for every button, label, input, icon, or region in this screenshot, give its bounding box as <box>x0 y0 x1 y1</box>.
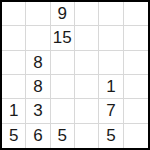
cell-r3c0[interactable] <box>2 75 26 99</box>
cell-r0c3[interactable] <box>75 2 99 26</box>
cell-r2c5[interactable] <box>124 51 148 75</box>
cell-r2c4[interactable] <box>99 51 123 75</box>
cell-r4c0[interactable]: 1 <box>2 99 26 123</box>
cell-r2c3[interactable] <box>75 51 99 75</box>
cell-r5c0[interactable]: 5 <box>2 124 26 148</box>
cell-r4c1[interactable]: 3 <box>26 99 50 123</box>
cell-r3c1[interactable]: 8 <box>26 75 50 99</box>
cell-r0c0[interactable] <box>2 2 26 26</box>
cell-r1c4[interactable] <box>99 26 123 50</box>
cell-r5c1[interactable]: 6 <box>26 124 50 148</box>
cell-r1c0[interactable] <box>2 26 26 50</box>
cell-r1c2[interactable]: 15 <box>51 26 75 50</box>
cell-r5c4[interactable]: 5 <box>99 124 123 148</box>
cell-r4c5[interactable] <box>124 99 148 123</box>
cell-r3c5[interactable] <box>124 75 148 99</box>
cell-r1c3[interactable] <box>75 26 99 50</box>
cell-r3c3[interactable] <box>75 75 99 99</box>
cell-r4c2[interactable] <box>51 99 75 123</box>
cell-r2c0[interactable] <box>2 51 26 75</box>
cell-r1c1[interactable] <box>26 26 50 50</box>
cell-r5c5[interactable] <box>124 124 148 148</box>
cell-r4c4[interactable]: 7 <box>99 99 123 123</box>
cell-r5c3[interactable] <box>75 124 99 148</box>
cell-r4c3[interactable] <box>75 99 99 123</box>
cell-r1c5[interactable] <box>124 26 148 50</box>
cell-r0c2[interactable]: 9 <box>51 2 75 26</box>
cell-r3c4[interactable]: 1 <box>99 75 123 99</box>
cell-r3c2[interactable] <box>51 75 75 99</box>
puzzle-grid: 9158811375655 <box>0 0 150 150</box>
cell-r2c2[interactable] <box>51 51 75 75</box>
cell-r5c2[interactable]: 5 <box>51 124 75 148</box>
cell-r0c5[interactable] <box>124 2 148 26</box>
cell-r0c1[interactable] <box>26 2 50 26</box>
cell-r0c4[interactable] <box>99 2 123 26</box>
cell-r2c1[interactable]: 8 <box>26 51 50 75</box>
